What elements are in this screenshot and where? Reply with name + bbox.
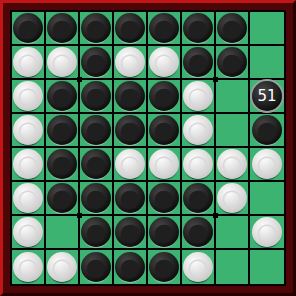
black-disc: ● bbox=[183, 47, 213, 77]
black-disc: ● bbox=[47, 149, 77, 179]
cell-b5[interactable]: ● bbox=[46, 148, 80, 182]
black-disc: ● bbox=[149, 13, 179, 43]
cell-b6[interactable]: ● bbox=[46, 182, 80, 216]
white-disc: ○ bbox=[13, 149, 43, 179]
black-disc: ● bbox=[81, 217, 111, 247]
cell-b3[interactable]: ● bbox=[46, 80, 80, 114]
cell-h5[interactable]: ○ bbox=[250, 148, 284, 182]
cell-a4[interactable]: ○ bbox=[12, 114, 46, 148]
grid-dot bbox=[77, 77, 82, 82]
black-disc: ● bbox=[183, 217, 213, 247]
cell-b7[interactable] bbox=[46, 216, 80, 250]
cell-g6[interactable]: ○ bbox=[216, 182, 250, 216]
cell-h6[interactable] bbox=[250, 182, 284, 216]
cell-h4[interactable]: ● bbox=[250, 114, 284, 148]
black-disc: ● bbox=[47, 183, 77, 213]
cell-d2[interactable]: ○ bbox=[114, 46, 148, 80]
white-disc: ○ bbox=[217, 183, 247, 213]
white-disc: ○ bbox=[115, 149, 145, 179]
black-disc: ● bbox=[47, 81, 77, 111]
white-disc: ○ bbox=[13, 183, 43, 213]
cell-g8[interactable] bbox=[216, 250, 250, 284]
cell-e3[interactable]: ● bbox=[148, 80, 182, 114]
black-disc: ● bbox=[81, 183, 111, 213]
cell-h7[interactable]: ○ bbox=[250, 216, 284, 250]
cell-f5[interactable]: ○ bbox=[182, 148, 216, 182]
board-frame: ●●●●●●●○○●○○●●○●●●●○51○●●●●○●○●●○○○○○○●●… bbox=[0, 0, 296, 296]
white-disc: ○ bbox=[149, 149, 179, 179]
black-disc: ● bbox=[252, 115, 282, 145]
white-disc: ○ bbox=[183, 252, 213, 282]
black-disc: ● bbox=[81, 47, 111, 77]
cell-f3[interactable]: ○ bbox=[182, 80, 216, 114]
black-disc: ● bbox=[149, 217, 179, 247]
black-disc: ● bbox=[149, 115, 179, 145]
cell-a8[interactable]: ○ bbox=[12, 250, 46, 284]
black-disc: ● bbox=[149, 252, 179, 282]
black-disc: ● bbox=[81, 13, 111, 43]
cell-f6[interactable]: ● bbox=[182, 182, 216, 216]
cell-g2[interactable]: ● bbox=[216, 46, 250, 80]
cell-c3[interactable]: ● bbox=[80, 80, 114, 114]
black-disc: ● bbox=[115, 183, 145, 213]
cell-d8[interactable]: ● bbox=[114, 250, 148, 284]
cell-h3[interactable]: 51 bbox=[250, 80, 284, 114]
cell-c8[interactable]: ● bbox=[80, 250, 114, 284]
cell-d4[interactable]: ● bbox=[114, 114, 148, 148]
white-disc: ○ bbox=[13, 217, 43, 247]
cell-e1[interactable]: ● bbox=[148, 12, 182, 46]
othello-board: ●●●●●●●○○●○○●●○●●●●○51○●●●●○●○●●○○○○○○●●… bbox=[12, 12, 284, 284]
black-disc: ● bbox=[217, 47, 247, 77]
black-disc: ● bbox=[183, 13, 213, 43]
black-disc: ● bbox=[183, 183, 213, 213]
black-disc: ● bbox=[81, 115, 111, 145]
cell-d5[interactable]: ○ bbox=[114, 148, 148, 182]
white-disc: ○ bbox=[149, 47, 179, 77]
cell-c1[interactable]: ● bbox=[80, 12, 114, 46]
black-disc: ● bbox=[81, 149, 111, 179]
cell-e2[interactable]: ○ bbox=[148, 46, 182, 80]
white-disc: ○ bbox=[13, 47, 43, 77]
white-disc: ○ bbox=[183, 149, 213, 179]
white-disc: ○ bbox=[47, 47, 77, 77]
white-disc: ○ bbox=[13, 115, 43, 145]
cell-e8[interactable]: ● bbox=[148, 250, 182, 284]
cell-c7[interactable]: ● bbox=[80, 216, 114, 250]
white-disc: ○ bbox=[47, 252, 77, 282]
cell-a3[interactable]: ○ bbox=[12, 80, 46, 114]
cell-f7[interactable]: ● bbox=[182, 216, 216, 250]
cell-g5[interactable]: ○ bbox=[216, 148, 250, 182]
cell-b8[interactable]: ○ bbox=[46, 250, 80, 284]
cell-e5[interactable]: ○ bbox=[148, 148, 182, 182]
black-disc: ● bbox=[149, 81, 179, 111]
cell-f2[interactable]: ● bbox=[182, 46, 216, 80]
black-disc: ● bbox=[81, 252, 111, 282]
white-disc: ○ bbox=[217, 149, 247, 179]
white-disc: ○ bbox=[252, 149, 282, 179]
cell-b1[interactable]: ● bbox=[46, 12, 80, 46]
cell-g4[interactable] bbox=[216, 114, 250, 148]
cell-g7[interactable] bbox=[216, 216, 250, 250]
cell-h1[interactable] bbox=[250, 12, 284, 46]
white-disc: ○ bbox=[183, 115, 213, 145]
cell-g1[interactable]: ● bbox=[216, 12, 250, 46]
board-inner-frame: ●●●●●●●○○●○○●●○●●●●○51○●●●●○●○●●○○○○○○●●… bbox=[10, 10, 286, 286]
white-disc: ○ bbox=[183, 81, 213, 111]
cell-d7[interactable]: ● bbox=[114, 216, 148, 250]
white-disc: ○ bbox=[115, 47, 145, 77]
black-disc: ● bbox=[47, 115, 77, 145]
black-disc: ● bbox=[47, 13, 77, 43]
white-disc: ○ bbox=[13, 252, 43, 282]
cell-e6[interactable]: ● bbox=[148, 182, 182, 216]
cell-f4[interactable]: ○ bbox=[182, 114, 216, 148]
cell-f1[interactable]: ● bbox=[182, 12, 216, 46]
cell-d1[interactable]: ● bbox=[114, 12, 148, 46]
grid-dot bbox=[213, 77, 218, 82]
white-disc: ○ bbox=[252, 217, 282, 247]
cell-a5[interactable]: ○ bbox=[12, 148, 46, 182]
cell-e7[interactable]: ● bbox=[148, 216, 182, 250]
cell-c2[interactable]: ● bbox=[80, 46, 114, 80]
cell-a7[interactable]: ○ bbox=[12, 216, 46, 250]
black-disc: ● bbox=[115, 81, 145, 111]
black-disc: ● bbox=[115, 13, 145, 43]
cell-b2[interactable]: ○ bbox=[46, 46, 80, 80]
cell-f8[interactable]: ○ bbox=[182, 250, 216, 284]
cell-d3[interactable]: ● bbox=[114, 80, 148, 114]
cell-d6[interactable]: ● bbox=[114, 182, 148, 216]
cell-h2[interactable] bbox=[250, 46, 284, 80]
cell-a2[interactable]: ○ bbox=[12, 46, 46, 80]
black-disc: ● bbox=[81, 81, 111, 111]
cell-h8[interactable] bbox=[250, 250, 284, 284]
black-disc: ● bbox=[115, 252, 145, 282]
white-disc: ○ bbox=[13, 81, 43, 111]
cell-a6[interactable]: ○ bbox=[12, 182, 46, 216]
black-disc: ● bbox=[217, 13, 247, 43]
black-disc: ● bbox=[115, 115, 145, 145]
cell-b4[interactable]: ● bbox=[46, 114, 80, 148]
last-move-disc: 51 bbox=[252, 81, 282, 111]
black-disc: ● bbox=[115, 217, 145, 247]
black-disc: ● bbox=[13, 13, 43, 43]
black-disc: ● bbox=[149, 183, 179, 213]
cell-c4[interactable]: ● bbox=[80, 114, 114, 148]
cell-g3[interactable] bbox=[216, 80, 250, 114]
cell-c5[interactable]: ● bbox=[80, 148, 114, 182]
cell-c6[interactable]: ● bbox=[80, 182, 114, 216]
cell-a1[interactable]: ● bbox=[12, 12, 46, 46]
grid-dot bbox=[77, 213, 82, 218]
cell-e4[interactable]: ● bbox=[148, 114, 182, 148]
grid-dot bbox=[213, 213, 218, 218]
